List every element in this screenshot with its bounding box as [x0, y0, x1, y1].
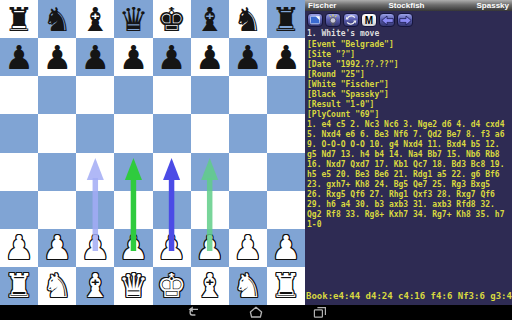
game-panel: Fischer Stockfish Spassky [305, 0, 512, 305]
black-pawn: ♟ [76, 38, 114, 76]
black-rook: ♜ [267, 0, 305, 38]
square-f8[interactable]: ♝ [191, 0, 229, 38]
text-line: [Result "1-0"] [307, 100, 512, 110]
right-arrow-icon [399, 15, 412, 26]
white-knight: ♞ [229, 267, 267, 305]
square-e4[interactable] [153, 153, 191, 191]
square-g7[interactable]: ♟ [229, 38, 267, 76]
pgn-tags: [Event "Belgrade"][Site "?"][Date "1992.… [305, 40, 512, 120]
black-pawn: ♟ [153, 38, 191, 76]
square-g4[interactable] [229, 153, 267, 191]
square-a6[interactable] [0, 76, 38, 114]
android-nav-bar [0, 305, 512, 320]
square-g2[interactable]: ♟ [229, 229, 267, 267]
square-d8[interactable]: ♛ [114, 0, 152, 38]
square-f7[interactable]: ♟ [191, 38, 229, 76]
white-king: ♚ [153, 267, 191, 305]
square-a4[interactable] [0, 153, 38, 191]
square-d7[interactable]: ♟ [114, 38, 152, 76]
recents-nav-icon[interactable] [313, 306, 327, 319]
square-g5[interactable] [229, 114, 267, 152]
square-h3[interactable] [267, 191, 305, 229]
text-line: [Round "25"] [307, 70, 512, 80]
left-arrow-icon [381, 15, 394, 26]
white-knight: ♞ [38, 267, 76, 305]
text-line[interactable]: 29. h6 a4 30. b3 axb3 31. axb3 Rfd8 32. [307, 200, 512, 210]
white-bishop: ♝ [191, 267, 229, 305]
white-queen: ♛ [114, 267, 152, 305]
square-e6[interactable] [153, 76, 191, 114]
square-g3[interactable] [229, 191, 267, 229]
square-f3[interactable] [191, 191, 229, 229]
square-e3[interactable] [153, 191, 191, 229]
square-e1[interactable]: ♚ [153, 267, 191, 305]
white-player-name: Fischer [308, 0, 336, 11]
white-pawn: ♟ [267, 229, 305, 267]
black-queen: ♛ [114, 0, 152, 38]
status-line: 1. White's move [305, 28, 512, 40]
square-c3[interactable] [76, 191, 114, 229]
square-d5[interactable] [114, 114, 152, 152]
droidfish-screen: ♜♞♝♛♚♝♞♜♟♟♟♟♟♟♟♟♟♟♟♟♟♟♟♟♜♞♝♛♚♝♞♜ Fischer… [0, 0, 512, 320]
text-line[interactable]: g5 Nd7 13. h4 b4 14. Na4 Bb7 15. Nb6 Rb8 [307, 150, 512, 160]
square-b3[interactable] [38, 191, 76, 229]
square-b5[interactable] [38, 114, 76, 152]
square-c8[interactable]: ♝ [76, 0, 114, 38]
book-info-line: Book:e4:44 d4:24 c4:16 f4:6 Nf3:6 g3:4 [305, 291, 512, 305]
black-knight: ♞ [38, 0, 76, 38]
square-b2[interactable]: ♟ [38, 229, 76, 267]
engine-name: Stockfish [388, 0, 424, 11]
square-d3[interactable] [114, 191, 152, 229]
square-a7[interactable]: ♟ [0, 38, 38, 76]
forward-move-button[interactable] [397, 13, 413, 27]
square-b7[interactable]: ♟ [38, 38, 76, 76]
black-king: ♚ [153, 0, 191, 38]
white-pawn: ♟ [38, 229, 76, 267]
square-a8[interactable]: ♜ [0, 0, 38, 38]
mode-button[interactable]: M [361, 13, 377, 27]
square-d1[interactable]: ♛ [114, 267, 152, 305]
chess-board[interactable]: ♜♞♝♛♚♝♞♜♟♟♟♟♟♟♟♟♟♟♟♟♟♟♟♟♜♞♝♛♚♝♞♜ [0, 0, 305, 305]
black-player-name: Spassky [477, 0, 509, 11]
white-rook: ♜ [0, 267, 38, 305]
black-rook: ♜ [0, 0, 38, 38]
text-line: [White "Fischer"] [307, 80, 512, 90]
white-pawn: ♟ [0, 229, 38, 267]
text-line[interactable]: Qg2 Rf8 33. Rg8+ Kxh7 34. Rg7+ Kh8 35. h… [307, 210, 512, 220]
text-line[interactable]: 16. Nxd7 Qxd7 17. Kb1 Qc7 18. Bd3 Bc8 19… [307, 160, 512, 170]
square-h4[interactable] [267, 153, 305, 191]
square-d4[interactable] [114, 153, 152, 191]
black-pawn: ♟ [191, 38, 229, 76]
white-pawn: ♟ [76, 229, 114, 267]
square-b8[interactable]: ♞ [38, 0, 76, 38]
square-h2[interactable]: ♟ [267, 229, 305, 267]
square-f1[interactable]: ♝ [191, 267, 229, 305]
square-c4[interactable] [76, 153, 114, 191]
square-a3[interactable] [0, 191, 38, 229]
white-pawn: ♟ [229, 229, 267, 267]
text-line[interactable]: 5. Nxd4 e6 6. Be3 Nf6 7. Qd2 Be7 8. f3 a… [307, 130, 512, 140]
square-b1[interactable]: ♞ [38, 267, 76, 305]
lightbulb-button[interactable] [325, 13, 341, 27]
square-g1[interactable]: ♞ [229, 267, 267, 305]
back-nav-icon[interactable] [186, 306, 200, 319]
square-e8[interactable]: ♚ [153, 0, 191, 38]
black-pawn: ♟ [114, 38, 152, 76]
white-pawn: ♟ [191, 229, 229, 267]
square-f6[interactable] [191, 76, 229, 114]
square-f5[interactable] [191, 114, 229, 152]
black-pawn: ♟ [229, 38, 267, 76]
square-g6[interactable] [229, 76, 267, 114]
flip-board-button[interactable] [343, 13, 359, 27]
white-bishop: ♝ [76, 267, 114, 305]
square-b4[interactable] [38, 153, 76, 191]
square-c7[interactable]: ♟ [76, 38, 114, 76]
back-move-button[interactable] [379, 13, 395, 27]
white-rook: ♜ [267, 267, 305, 305]
circular-arrows-icon [345, 14, 357, 26]
text-line[interactable]: h5 e5 20. Be3 Be6 21. Rdg1 a5 22. g6 Bf6 [307, 170, 512, 180]
square-c5[interactable] [76, 114, 114, 152]
text-line[interactable]: 26. Rxg5 Qf6 27. Rhg1 Qxf3 28. Rxg7 Qf6 [307, 190, 512, 200]
lightbulb-icon [327, 14, 339, 26]
square-h6[interactable] [267, 76, 305, 114]
square-d2[interactable]: ♟ [114, 229, 152, 267]
square-e2[interactable]: ♟ [153, 229, 191, 267]
text-line: [PlyCount "69"] [307, 110, 512, 120]
move-list[interactable]: 1. e4 c5 2. Nc3 Nc6 3. Nge2 d6 4. d4 cxd… [305, 120, 512, 230]
book-button[interactable] [307, 13, 323, 27]
black-bishop: ♝ [76, 0, 114, 38]
player-title-bar[interactable]: Fischer Stockfish Spassky [305, 0, 512, 11]
black-bishop: ♝ [191, 0, 229, 38]
square-e7[interactable]: ♟ [153, 38, 191, 76]
toolbar: M [305, 11, 512, 28]
square-f2[interactable]: ♟ [191, 229, 229, 267]
square-a2[interactable]: ♟ [0, 229, 38, 267]
white-pawn: ♟ [114, 229, 152, 267]
square-c2[interactable]: ♟ [76, 229, 114, 267]
text-line: [Date "1992.??.??"] [307, 60, 512, 70]
black-knight: ♞ [229, 0, 267, 38]
square-d6[interactable] [114, 76, 152, 114]
square-a1[interactable]: ♜ [0, 267, 38, 305]
text-line[interactable]: 1-0 [307, 220, 512, 230]
home-nav-icon[interactable] [249, 306, 263, 319]
black-pawn: ♟ [0, 38, 38, 76]
square-g8[interactable]: ♞ [229, 0, 267, 38]
white-pawn: ♟ [153, 229, 191, 267]
black-pawn: ♟ [267, 38, 305, 76]
square-h1[interactable]: ♜ [267, 267, 305, 305]
text-line[interactable]: 23. gxh7+ Kh8 24. Bg5 Qe7 25. Rg3 Bxg5 [307, 180, 512, 190]
book-icon [309, 14, 321, 26]
square-h5[interactable] [267, 114, 305, 152]
black-pawn: ♟ [38, 38, 76, 76]
square-a5[interactable] [0, 114, 38, 152]
square-c1[interactable]: ♝ [76, 267, 114, 305]
text-line: [Site "?"] [307, 50, 512, 60]
square-e5[interactable] [153, 114, 191, 152]
square-f4[interactable] [191, 153, 229, 191]
text-line: [Event "Belgrade"] [307, 40, 512, 50]
mode-button-label: M [365, 15, 373, 26]
square-h8[interactable]: ♜ [267, 0, 305, 38]
text-line: [Black "Spassky"] [307, 90, 512, 100]
square-b6[interactable] [38, 76, 76, 114]
square-c6[interactable] [76, 76, 114, 114]
text-line[interactable]: 1. e4 c5 2. Nc3 Nc6 3. Nge2 d6 4. d4 cxd… [307, 120, 512, 130]
square-h7[interactable]: ♟ [267, 38, 305, 76]
text-line[interactable]: 9. O-O-O O-O 10. g4 Nxd4 11. Bxd4 b5 12. [307, 140, 512, 150]
